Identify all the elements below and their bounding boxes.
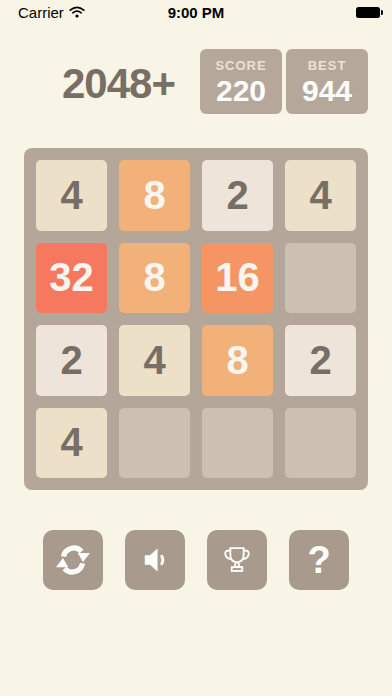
best-label: BEST [308,58,347,74]
tile-32-r2c1: 32 [36,243,107,314]
tile-8-r1c2: 8 [119,160,190,231]
score-box: SCORE 220 [200,49,282,114]
empty-cell-r4c3 [202,408,273,479]
trophy-icon [218,541,256,579]
tile-16-r2c3: 16 [202,243,273,314]
clock: 9:00 PM [0,0,392,24]
sound-button[interactable] [125,530,185,590]
app-2048: { "game": "2048", "position": { "rows": … [0,0,392,696]
empty-cell-r4c2 [119,408,190,479]
tile-4-r1c1: 4 [36,160,107,231]
tile-8-r3c3: 8 [202,325,273,396]
best-value: 944 [302,74,352,107]
help-button[interactable]: ? [289,530,349,590]
toolbar: ? [0,530,392,590]
restart-button[interactable] [43,530,103,590]
leaderboard-button[interactable] [207,530,267,590]
tile-2-r1c3: 2 [202,160,273,231]
empty-cell-r4c4 [285,408,356,479]
best-box: BEST 944 [286,49,368,114]
question-mark-icon: ? [307,541,330,579]
speaker-icon [138,543,172,577]
board[interactable]: 48243281624824 [24,148,368,490]
tile-8-r2c2: 8 [119,243,190,314]
score-label: SCORE [215,58,266,74]
score-boxes: SCORE 220 BEST 944 [200,49,368,114]
tile-4-r1c4: 4 [285,160,356,231]
app-title: 2048+ [62,60,175,108]
empty-cell-r2c4 [285,243,356,314]
status-bar: Carrier 9:00 PM [0,0,392,24]
tile-2-r3c4: 2 [285,325,356,396]
tile-4-r3c2: 4 [119,325,190,396]
battery-icon [356,7,380,18]
restart-icon [54,541,92,579]
score-value: 220 [216,74,266,107]
tile-4-r4c1: 4 [36,408,107,479]
tile-2-r3c1: 2 [36,325,107,396]
